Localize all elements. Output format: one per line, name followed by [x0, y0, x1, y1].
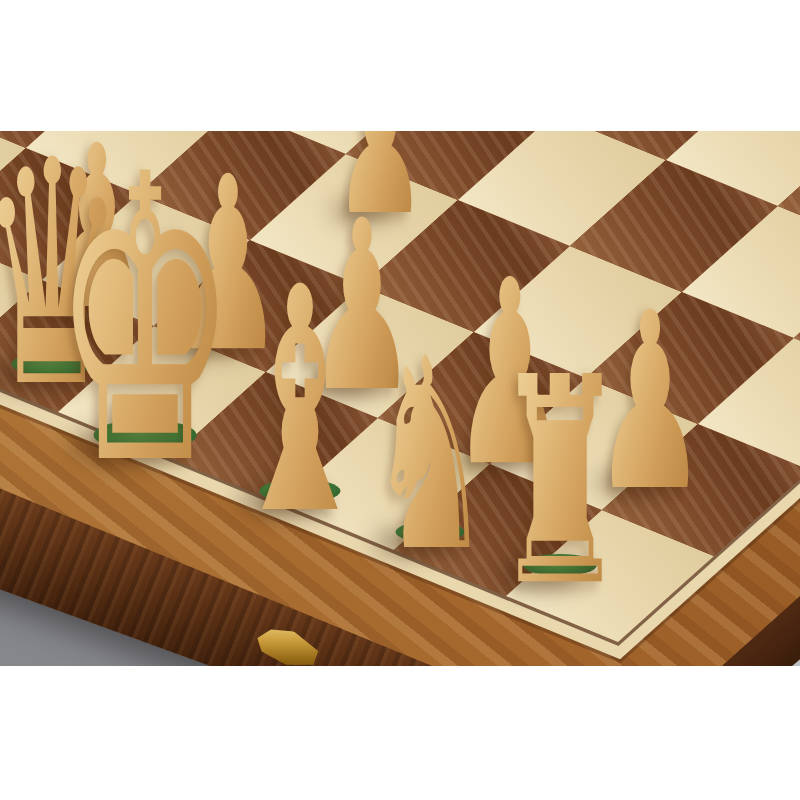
bottom-matte	[0, 666, 800, 800]
piece-white-rook[interactable]: ♜	[494, 340, 627, 625]
top-matte	[0, 0, 800, 131]
piece-white-knight[interactable]: ♞	[368, 323, 492, 588]
piece-white-bishop[interactable]: ♝	[228, 247, 373, 557]
product-photo: ♟♟♛♟♚♟♟♟♝♞♜	[0, 0, 800, 800]
piece-white-king[interactable]: ♚	[53, 124, 237, 519]
